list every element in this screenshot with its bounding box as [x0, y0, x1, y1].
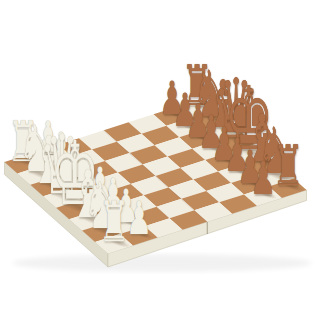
chess-set-photo: ♜♞♝♛♚♝♞♜♟♟♟♟♟♟♟♟♟♟♟♟♟♟♟♟♜♞♝♛♚♝♞♜ [0, 0, 320, 320]
ground-shadow [12, 254, 312, 272]
